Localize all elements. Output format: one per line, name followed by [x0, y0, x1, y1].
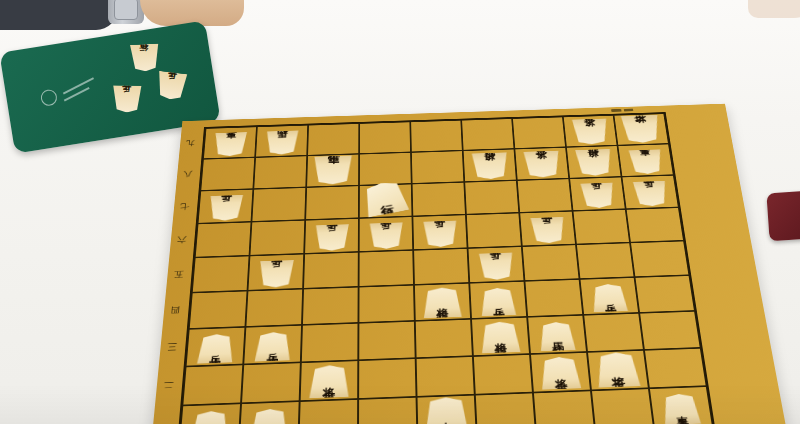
rank-label-五: 五	[170, 256, 188, 292]
square-9-3[interactable]	[639, 311, 701, 350]
square-8-9[interactable]: 金将	[563, 115, 618, 147]
square-9-4[interactable]	[635, 275, 695, 313]
near-piece-歩兵-1-3[interactable]: 歩兵	[196, 334, 235, 364]
square-3-6[interactable]: 歩兵	[304, 218, 359, 254]
far-piece-王将-9-9[interactable]: 王将	[620, 115, 663, 143]
photo-scene: 角行歩兵歩兵 九八七六五四三二一 香車桂馬金将王将飛車銀将金将銀将香車歩兵角行歩…	[0, 0, 800, 424]
near-piece-銀将-5-4[interactable]: 銀将	[422, 287, 463, 318]
far-piece-歩兵-2-5[interactable]: 歩兵	[257, 260, 294, 288]
square-6-8[interactable]: 銀将	[463, 149, 517, 182]
near-piece-歩兵-6-4[interactable]: 歩兵	[479, 287, 517, 316]
rank-label-八: 八	[179, 158, 196, 190]
square-6-9[interactable]	[461, 118, 514, 150]
square-2-5[interactable]: 歩兵	[248, 254, 305, 291]
square-8-6[interactable]	[573, 209, 631, 244]
square-7-5[interactable]	[522, 244, 580, 281]
rank-label-四: 四	[166, 291, 184, 328]
square-8-4[interactable]: 歩兵	[580, 277, 640, 315]
square-5-7[interactable]	[412, 182, 466, 216]
square-6-5[interactable]: 歩兵	[468, 246, 525, 283]
square-9-5[interactable]	[630, 241, 689, 277]
square-8-5[interactable]	[576, 243, 635, 279]
far-piece-香車-1-9[interactable]: 香車	[212, 132, 247, 157]
square-1-8[interactable]	[200, 157, 255, 190]
square-3-7[interactable]	[305, 185, 359, 219]
near-piece-角行-4-7[interactable]: 角行	[360, 179, 411, 218]
square-3-5[interactable]	[303, 252, 359, 289]
square-2-7[interactable]	[251, 187, 306, 222]
far-piece-銀将-8-8[interactable]: 銀将	[574, 149, 614, 176]
square-7-6[interactable]: 歩兵	[519, 211, 576, 246]
square-9-6[interactable]	[626, 207, 684, 242]
square-1-5[interactable]	[192, 256, 250, 293]
rank-label-三: 三	[163, 328, 182, 366]
square-9-7[interactable]: 歩兵	[622, 175, 679, 209]
rank-label-六: 六	[173, 222, 191, 256]
near-piece-歩兵-8-4[interactable]: 歩兵	[590, 284, 629, 313]
square-2-8[interactable]	[253, 156, 307, 189]
square-7-4[interactable]	[524, 279, 583, 317]
square-4-5[interactable]	[359, 250, 414, 287]
far-piece-桂馬-2-9[interactable]: 桂馬	[264, 130, 299, 154]
far-piece-歩兵-9-7[interactable]: 歩兵	[631, 181, 669, 207]
square-7-8[interactable]: 金将	[514, 147, 569, 180]
wrist-watch	[108, 0, 144, 24]
square-8-8[interactable]: 銀将	[566, 145, 622, 178]
player-sleeve	[0, 0, 118, 30]
square-4-7[interactable]: 角行	[359, 184, 413, 218]
far-piece-金将-8-9[interactable]: 金将	[570, 119, 610, 145]
square-4-3[interactable]	[358, 321, 415, 360]
square-3-4[interactable]	[302, 287, 359, 325]
square-2-3[interactable]: 歩兵	[243, 325, 302, 365]
rank-label-九: 九	[182, 127, 199, 158]
square-8-3[interactable]	[583, 313, 644, 352]
near-piece-銀将-6-3[interactable]: 銀将	[479, 321, 522, 353]
near-piece-桂馬-7-3[interactable]: 桂馬	[538, 322, 577, 352]
square-1-3[interactable]: 歩兵	[186, 327, 246, 367]
square-4-9[interactable]	[359, 122, 411, 154]
far-piece-歩兵-4-6[interactable]: 歩兵	[368, 222, 403, 249]
near-piece-歩兵-2-3[interactable]: 歩兵	[253, 332, 291, 362]
square-2-6[interactable]	[250, 220, 306, 256]
square-3-9[interactable]	[307, 123, 359, 155]
square-7-3[interactable]: 桂馬	[527, 315, 587, 354]
mat-brand-mark	[611, 109, 633, 112]
square-1-6[interactable]	[195, 222, 252, 258]
captured-piece-歩兵[interactable]: 歩兵	[112, 85, 142, 113]
square-5-9[interactable]	[410, 120, 462, 152]
far-piece-歩兵-1-7[interactable]: 歩兵	[207, 195, 244, 221]
square-5-3[interactable]	[415, 319, 473, 358]
square-9-2[interactable]	[644, 348, 707, 388]
square-9-9[interactable]: 王将	[614, 113, 669, 145]
far-piece-銀将-6-8[interactable]: 銀将	[470, 152, 509, 179]
far-piece-飛車-3-8[interactable]: 飛車	[312, 155, 353, 185]
square-5-5[interactable]	[413, 248, 469, 285]
square-7-7[interactable]	[517, 178, 573, 212]
square-1-9[interactable]: 香車	[203, 127, 257, 159]
far-piece-歩兵-3-6[interactable]: 歩兵	[314, 224, 350, 251]
far-piece-歩兵-5-6[interactable]: 歩兵	[422, 221, 458, 248]
square-8-7[interactable]: 歩兵	[569, 177, 626, 211]
square-9-8[interactable]: 香車	[617, 144, 673, 177]
far-piece-歩兵-6-5[interactable]: 歩兵	[477, 253, 514, 281]
far-piece-歩兵-7-6[interactable]: 歩兵	[529, 217, 566, 244]
square-6-6[interactable]	[466, 213, 522, 248]
square-4-6[interactable]: 歩兵	[359, 216, 413, 252]
square-5-8[interactable]	[411, 150, 464, 183]
square-3-8[interactable]: 飛車	[306, 154, 359, 187]
square-1-7[interactable]: 歩兵	[198, 189, 254, 224]
piece-kanji: 角行	[378, 197, 391, 199]
square-4-4[interactable]	[358, 285, 414, 323]
square-7-9[interactable]	[512, 117, 566, 149]
square-6-7[interactable]	[464, 180, 519, 214]
rank-label-七: 七	[176, 190, 193, 223]
square-1-4[interactable]	[189, 291, 248, 329]
square-2-4[interactable]	[245, 289, 303, 327]
shogi-board-mat: 九八七六五四三二一 香車桂馬金将王将飛車銀将金将銀将香車歩兵角行歩兵歩兵歩兵歩兵…	[149, 104, 790, 424]
shogi-board-grid: 香車桂馬金将王将飛車銀将金将銀将香車歩兵角行歩兵歩兵歩兵歩兵歩兵歩兵歩兵歩兵銀将…	[177, 112, 715, 424]
square-3-3[interactable]	[301, 323, 359, 362]
board-wrap: 九八七六五四三二一 香車桂馬金将王将飛車銀将金将銀将香車歩兵角行歩兵歩兵歩兵歩兵…	[150, 6, 800, 424]
square-6-3[interactable]: 銀将	[471, 317, 530, 356]
table-shadow	[0, 384, 800, 424]
near-piece-玉将-8-2[interactable]: 玉将	[594, 352, 642, 388]
far-piece-歩兵-8-7[interactable]: 歩兵	[579, 183, 616, 209]
far-piece-香車-9-8[interactable]: 香車	[627, 149, 664, 174]
square-5-6[interactable]: 歩兵	[412, 214, 467, 249]
square-6-4[interactable]: 歩兵	[469, 281, 527, 319]
square-4-8[interactable]	[359, 152, 412, 185]
far-piece-金将-7-8[interactable]: 金将	[522, 151, 562, 178]
square-5-4[interactable]: 銀将	[414, 283, 471, 321]
square-2-9[interactable]: 桂馬	[255, 125, 308, 157]
mat-logo-emblem	[40, 89, 58, 107]
